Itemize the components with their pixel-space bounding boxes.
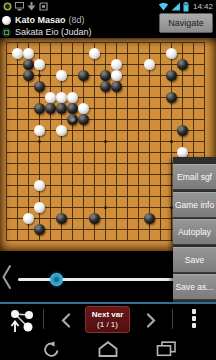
- app-screen: 14:42 Kato Masao (8d) Sakata Eio (Judan)…: [0, 0, 216, 360]
- next-var-label: Next var: [86, 309, 129, 320]
- white-stone: [45, 92, 56, 103]
- black-stone: [78, 70, 89, 81]
- white-stone: [23, 213, 34, 224]
- white-stone-icon: [2, 16, 11, 25]
- black-stone: [100, 70, 111, 81]
- black-stone: [78, 114, 89, 125]
- player-black-row: Sakata Eio (Judan): [2, 26, 92, 38]
- variation-tree-icon[interactable]: [3, 306, 37, 334]
- black-stone: [23, 59, 34, 70]
- signal-icon: [171, 2, 181, 11]
- move-slider-track[interactable]: [18, 278, 174, 281]
- hoshi-point: [104, 140, 107, 143]
- navigate-button[interactable]: Navigate: [159, 13, 213, 33]
- chevron-right-icon[interactable]: [145, 312, 157, 329]
- toolbar-separator: [172, 309, 173, 329]
- hoshi-point: [104, 206, 107, 209]
- white-stone: [23, 48, 34, 59]
- black-stone: [111, 81, 122, 92]
- white-stone: [89, 48, 100, 59]
- white-stone: [34, 202, 45, 213]
- white-stone: [56, 70, 67, 81]
- last-move-marker: [70, 117, 75, 122]
- white-stone: [144, 59, 155, 70]
- black-stone: [56, 213, 67, 224]
- overflow-menu-icon[interactable]: [192, 309, 197, 330]
- white-stone: [12, 48, 23, 59]
- white-player-name: Kato Masao: [15, 15, 66, 25]
- download-icon: [27, 2, 36, 11]
- player-white-row: Kato Masao (8d): [2, 14, 85, 26]
- menu-item-autoplay[interactable]: Autoplay: [173, 219, 216, 245]
- back-icon[interactable]: [39, 341, 60, 357]
- white-player-rank: (8d): [69, 15, 85, 25]
- black-stone: [177, 59, 188, 70]
- hoshi-point: [170, 140, 173, 143]
- black-stone-turn-icon: [2, 28, 11, 37]
- move-slider-thumb[interactable]: [50, 273, 63, 286]
- black-stone: [67, 114, 78, 125]
- bottom-toolbar: Next var (1 / 1): [0, 303, 216, 337]
- black-stone: [166, 70, 177, 81]
- white-stone: [67, 92, 78, 103]
- black-stone: [23, 70, 34, 81]
- black-stone: [144, 213, 155, 224]
- black-stone: [34, 224, 45, 235]
- chevron-left-icon[interactable]: [60, 312, 72, 329]
- menu-item-email-sgf[interactable]: Email sgf: [173, 164, 216, 190]
- hoshi-point: [38, 74, 41, 77]
- white-stone: [111, 59, 122, 70]
- white-stone: [34, 180, 45, 191]
- recents-icon[interactable]: [156, 341, 177, 357]
- white-stone: [56, 125, 67, 136]
- black-stone: [100, 81, 111, 92]
- status-bar: 14:42: [0, 0, 216, 13]
- black-stone: [89, 213, 100, 224]
- black-stone: [166, 92, 177, 103]
- storage-icon: [39, 2, 48, 11]
- white-stone: [111, 70, 122, 81]
- collapse-chevron-icon[interactable]: [1, 263, 13, 291]
- white-stone: [78, 103, 89, 114]
- toolbar-divider-line: [0, 302, 216, 304]
- white-stone: [34, 59, 45, 70]
- black-stone: [67, 103, 78, 114]
- black-stone: [45, 103, 56, 114]
- black-stone: [34, 81, 45, 92]
- white-stone: [34, 125, 45, 136]
- toolbar-separator: [43, 309, 44, 329]
- android-nav-bar: [0, 337, 216, 360]
- black-player-name: Sakata Eio (Judan): [15, 27, 92, 37]
- wifi-icon: [158, 2, 169, 11]
- menu-item-game-info[interactable]: Game info: [173, 192, 216, 218]
- display-icon: [15, 2, 24, 11]
- black-stone: [56, 103, 67, 114]
- next-var-count: (1 / 1): [86, 320, 129, 330]
- hoshi-point: [38, 140, 41, 143]
- white-stone: [56, 92, 67, 103]
- clock: 14:42: [193, 0, 213, 13]
- white-stone: [166, 48, 177, 59]
- black-stone: [177, 125, 188, 136]
- menu-item-save[interactable]: Save: [173, 247, 216, 273]
- next-var-button[interactable]: Next var (1 / 1): [85, 306, 130, 333]
- menu-item-save-as[interactable]: Save as...: [173, 274, 216, 300]
- status-bar-right: 14:42: [158, 0, 213, 13]
- home-icon[interactable]: [97, 341, 119, 357]
- status-bar-left: [3, 2, 158, 11]
- battery-icon: [183, 2, 189, 12]
- black-stone: [34, 103, 45, 114]
- overflow-context-menu: Email sgf Game info Autoplay Save Save a…: [173, 157, 216, 302]
- app-icon: [3, 2, 12, 11]
